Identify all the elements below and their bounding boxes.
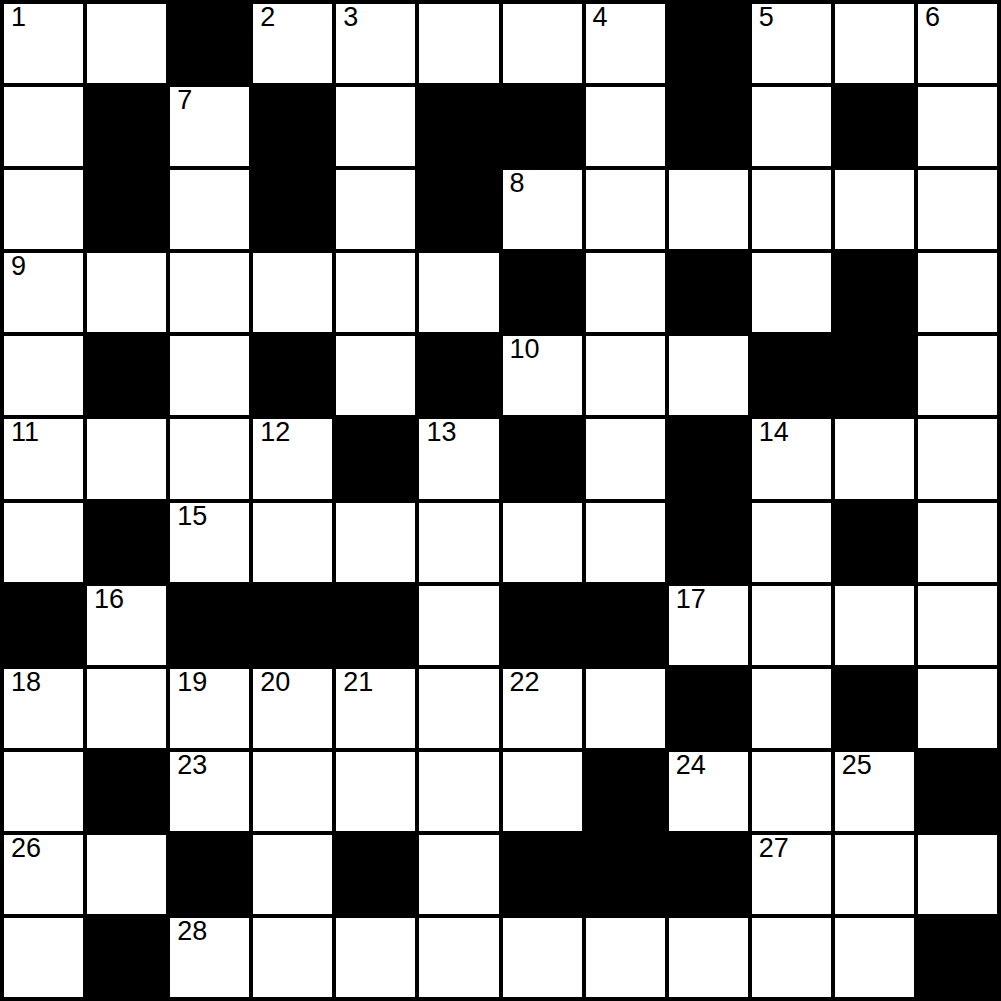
white-cell-r12c7[interactable] <box>503 918 582 997</box>
black-cell-r7c11 <box>835 503 914 582</box>
clue-number-9: 9 <box>11 253 26 280</box>
white-cell-r5c5[interactable] <box>336 336 415 415</box>
clue-number-7: 7 <box>177 87 192 114</box>
white-cell-r4c3[interactable] <box>170 253 249 332</box>
black-cell-r2c9 <box>669 87 748 166</box>
white-cell-r9c6[interactable] <box>419 669 498 748</box>
black-cell-r6c5 <box>336 419 415 498</box>
clue-number-20: 20 <box>260 669 290 696</box>
black-cell-r2c2 <box>87 87 166 166</box>
white-cell-r10c9[interactable]: 24 <box>669 752 748 831</box>
white-cell-r4c10[interactable] <box>752 253 831 332</box>
black-cell-r9c9 <box>669 669 748 748</box>
white-cell-r12c3[interactable]: 28 <box>170 918 249 997</box>
white-cell-r10c5[interactable] <box>336 752 415 831</box>
white-cell-r3c5[interactable] <box>336 170 415 249</box>
white-cell-r7c8[interactable] <box>586 503 665 582</box>
clue-number-23: 23 <box>177 752 207 779</box>
white-cell-r6c3[interactable] <box>170 419 249 498</box>
black-cell-r1c3 <box>170 4 249 83</box>
white-cell-r5c8[interactable] <box>586 336 665 415</box>
clue-number-8: 8 <box>510 170 525 197</box>
black-cell-r5c4 <box>253 336 332 415</box>
white-cell-r8c2[interactable]: 16 <box>87 586 166 665</box>
black-cell-r11c3 <box>170 835 249 914</box>
white-cell-r4c2[interactable] <box>87 253 166 332</box>
black-cell-r3c2 <box>87 170 166 249</box>
black-cell-r9c11 <box>835 669 914 748</box>
clue-number-16: 16 <box>94 586 124 613</box>
black-cell-r8c7 <box>503 586 582 665</box>
clue-number-14: 14 <box>759 419 789 446</box>
white-cell-r7c7[interactable] <box>503 503 582 582</box>
white-cell-r6c4[interactable]: 12 <box>253 419 332 498</box>
clue-number-22: 22 <box>510 669 540 696</box>
white-cell-r12c10[interactable] <box>752 918 831 997</box>
white-cell-r3c1[interactable] <box>4 170 83 249</box>
white-cell-r11c1[interactable]: 26 <box>4 835 83 914</box>
clue-number-17: 17 <box>676 586 706 613</box>
white-cell-r12c9[interactable] <box>669 918 748 997</box>
black-cell-r5c11 <box>835 336 914 415</box>
clue-number-1: 1 <box>11 4 26 31</box>
white-cell-r5c3[interactable] <box>170 336 249 415</box>
white-cell-r2c12[interactable] <box>918 87 997 166</box>
black-cell-r10c2 <box>87 752 166 831</box>
white-cell-r3c9[interactable] <box>669 170 748 249</box>
white-cell-r1c1[interactable]: 1 <box>4 4 83 83</box>
white-cell-r8c6[interactable] <box>419 586 498 665</box>
white-cell-r2c10[interactable] <box>752 87 831 166</box>
white-cell-r11c6[interactable] <box>419 835 498 914</box>
black-cell-r4c9 <box>669 253 748 332</box>
white-cell-r11c10[interactable]: 27 <box>752 835 831 914</box>
black-cell-r5c6 <box>419 336 498 415</box>
black-cell-r2c7 <box>503 87 582 166</box>
white-cell-r7c5[interactable] <box>336 503 415 582</box>
black-cell-r10c8 <box>586 752 665 831</box>
white-cell-r7c6[interactable] <box>419 503 498 582</box>
white-cell-r1c10[interactable]: 5 <box>752 4 831 83</box>
black-cell-r8c4 <box>253 586 332 665</box>
white-cell-r4c12[interactable] <box>918 253 997 332</box>
white-cell-r2c3[interactable]: 7 <box>170 87 249 166</box>
white-cell-r9c8[interactable] <box>586 669 665 748</box>
white-cell-r12c1[interactable] <box>4 918 83 997</box>
white-cell-r6c1[interactable]: 11 <box>4 419 83 498</box>
black-cell-r2c11 <box>835 87 914 166</box>
white-cell-r9c12[interactable] <box>918 669 997 748</box>
white-cell-r9c4[interactable]: 20 <box>253 669 332 748</box>
white-cell-r12c5[interactable] <box>336 918 415 997</box>
white-cell-r9c5[interactable]: 21 <box>336 669 415 748</box>
white-cell-r6c12[interactable] <box>918 419 997 498</box>
white-cell-r10c6[interactable] <box>419 752 498 831</box>
clue-number-2: 2 <box>260 4 275 31</box>
white-cell-r5c7[interactable]: 10 <box>503 336 582 415</box>
white-cell-r12c8[interactable] <box>586 918 665 997</box>
white-cell-r1c6[interactable] <box>419 4 498 83</box>
clue-number-3: 3 <box>343 4 358 31</box>
white-cell-r3c11[interactable] <box>835 170 914 249</box>
white-cell-r6c11[interactable] <box>835 419 914 498</box>
white-cell-r10c7[interactable] <box>503 752 582 831</box>
white-cell-r9c10[interactable] <box>752 669 831 748</box>
black-cell-r7c2 <box>87 503 166 582</box>
white-cell-r10c10[interactable] <box>752 752 831 831</box>
white-cell-r2c8[interactable] <box>586 87 665 166</box>
clue-number-15: 15 <box>177 503 207 530</box>
white-cell-r3c3[interactable] <box>170 170 249 249</box>
white-cell-r8c10[interactable] <box>752 586 831 665</box>
white-cell-r7c10[interactable] <box>752 503 831 582</box>
white-cell-r4c8[interactable] <box>586 253 665 332</box>
clue-number-27: 27 <box>759 835 789 862</box>
white-cell-r11c11[interactable] <box>835 835 914 914</box>
white-cell-r1c12[interactable]: 6 <box>918 4 997 83</box>
black-cell-r7c9 <box>669 503 748 582</box>
white-cell-r7c3[interactable]: 15 <box>170 503 249 582</box>
white-cell-r6c10[interactable]: 14 <box>752 419 831 498</box>
white-cell-r10c3[interactable]: 23 <box>170 752 249 831</box>
clue-number-4: 4 <box>593 4 608 31</box>
white-cell-r3c12[interactable] <box>918 170 997 249</box>
clue-number-5: 5 <box>759 4 774 31</box>
black-cell-r5c10 <box>752 336 831 415</box>
white-cell-r1c8[interactable]: 4 <box>586 4 665 83</box>
white-cell-r1c5[interactable]: 3 <box>336 4 415 83</box>
clue-number-28: 28 <box>177 918 207 945</box>
white-cell-r1c7[interactable] <box>503 4 582 83</box>
clue-number-6: 6 <box>925 4 940 31</box>
white-cell-r6c2[interactable] <box>87 419 166 498</box>
white-cell-r9c2[interactable] <box>87 669 166 748</box>
white-cell-r7c4[interactable] <box>253 503 332 582</box>
white-cell-r1c2[interactable] <box>87 4 166 83</box>
white-cell-r6c8[interactable] <box>586 419 665 498</box>
black-cell-r5c2 <box>87 336 166 415</box>
black-cell-r11c8 <box>586 835 665 914</box>
black-cell-r2c4 <box>253 87 332 166</box>
white-cell-r5c12[interactable] <box>918 336 997 415</box>
black-cell-r11c5 <box>336 835 415 914</box>
black-cell-r2c6 <box>419 87 498 166</box>
white-cell-r7c12[interactable] <box>918 503 997 582</box>
white-cell-r11c12[interactable] <box>918 835 997 914</box>
white-cell-r6c6[interactable]: 13 <box>419 419 498 498</box>
black-cell-r8c5 <box>336 586 415 665</box>
white-cell-r10c11[interactable]: 25 <box>835 752 914 831</box>
black-cell-r3c6 <box>419 170 498 249</box>
black-cell-r6c7 <box>503 419 582 498</box>
white-cell-r1c4[interactable]: 2 <box>253 4 332 83</box>
white-cell-r7c1[interactable] <box>4 503 83 582</box>
clue-number-19: 19 <box>177 669 207 696</box>
white-cell-r10c4[interactable] <box>253 752 332 831</box>
clue-number-18: 18 <box>11 669 41 696</box>
black-cell-r1c9 <box>669 4 748 83</box>
black-cell-r3c4 <box>253 170 332 249</box>
black-cell-r10c12 <box>918 752 997 831</box>
white-cell-r4c4[interactable] <box>253 253 332 332</box>
white-cell-r8c9[interactable]: 17 <box>669 586 748 665</box>
black-cell-r4c7 <box>503 253 582 332</box>
clue-number-10: 10 <box>510 336 540 363</box>
black-cell-r12c12 <box>918 918 997 997</box>
white-cell-r12c6[interactable] <box>419 918 498 997</box>
clue-number-12: 12 <box>260 419 290 446</box>
white-cell-r4c5[interactable] <box>336 253 415 332</box>
white-cell-r3c8[interactable] <box>586 170 665 249</box>
white-cell-r9c7[interactable]: 22 <box>503 669 582 748</box>
white-cell-r12c4[interactable] <box>253 918 332 997</box>
white-cell-r8c11[interactable] <box>835 586 914 665</box>
black-cell-r8c8 <box>586 586 665 665</box>
clue-number-21: 21 <box>343 669 373 696</box>
clue-number-25: 25 <box>842 752 872 779</box>
clue-number-13: 13 <box>426 419 456 446</box>
white-cell-r9c1[interactable]: 18 <box>4 669 83 748</box>
white-cell-r9c3[interactable]: 19 <box>170 669 249 748</box>
black-cell-r11c7 <box>503 835 582 914</box>
black-cell-r11c9 <box>669 835 748 914</box>
black-cell-r12c2 <box>87 918 166 997</box>
white-cell-r11c2[interactable] <box>87 835 166 914</box>
white-cell-r2c1[interactable] <box>4 87 83 166</box>
white-cell-r5c1[interactable] <box>4 336 83 415</box>
white-cell-r2c5[interactable] <box>336 87 415 166</box>
clue-number-26: 26 <box>11 835 41 862</box>
clue-number-11: 11 <box>11 419 39 446</box>
white-cell-r3c7[interactable]: 8 <box>503 170 582 249</box>
black-cell-r8c1 <box>4 586 83 665</box>
white-cell-r10c1[interactable] <box>4 752 83 831</box>
black-cell-r6c9 <box>669 419 748 498</box>
white-cell-r4c6[interactable] <box>419 253 498 332</box>
black-cell-r8c3 <box>170 586 249 665</box>
black-cell-r4c11 <box>835 253 914 332</box>
white-cell-r3c10[interactable] <box>752 170 831 249</box>
clue-number-24: 24 <box>676 752 706 779</box>
crossword-board: 1234567891011121314151617181920212223242… <box>0 0 1001 1001</box>
white-cell-r5c9[interactable] <box>669 336 748 415</box>
white-cell-r11c4[interactable] <box>253 835 332 914</box>
white-cell-r12c11[interactable] <box>835 918 914 997</box>
white-cell-r4c1[interactable]: 9 <box>4 253 83 332</box>
white-cell-r1c11[interactable] <box>835 4 914 83</box>
white-cell-r8c12[interactable] <box>918 586 997 665</box>
